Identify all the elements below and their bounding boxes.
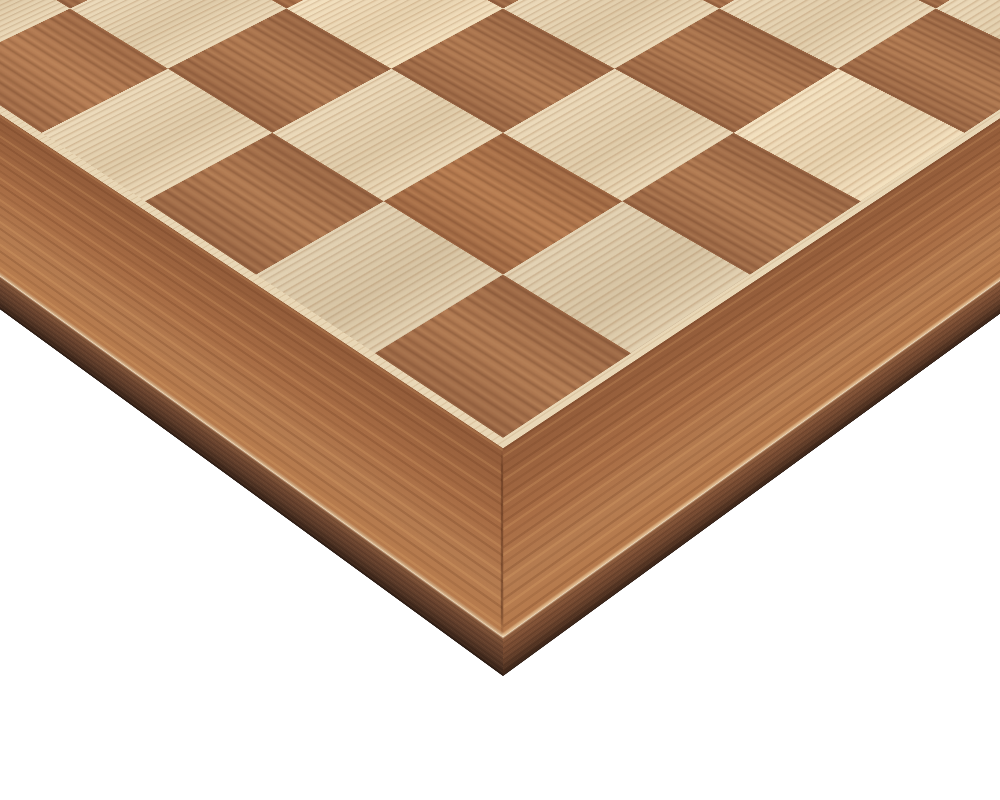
board-top-surface [0, 0, 1000, 637]
photo-scene [0, 0, 1000, 800]
product-photo [0, 0, 1000, 800]
frame-mitre-seam [501, 448, 503, 637]
